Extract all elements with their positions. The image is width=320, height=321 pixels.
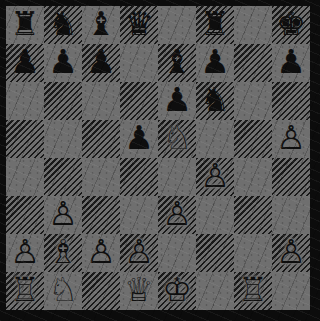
square-d2[interactable]: ♙ (120, 234, 158, 272)
square-a2[interactable]: ♙ (6, 234, 44, 272)
square-f6[interactable]: ♞ (196, 82, 234, 120)
square-e4[interactable] (158, 158, 196, 196)
square-a5[interactable] (6, 120, 44, 158)
piece-white-pawn: ♙ (124, 233, 154, 271)
square-c8[interactable]: ♝ (82, 6, 120, 44)
piece-black-pawn: ♟ (200, 43, 230, 81)
square-d1[interactable]: ♕ (120, 272, 158, 310)
chess-board-frame: ♜♞♝♛♜♚♟♟♟♝♟♟♟♞♟♘♙♙♙♙♙♗♙♙♙♖♘♕♔♖ (0, 0, 320, 321)
square-h8[interactable]: ♚ (272, 6, 310, 44)
square-h4[interactable] (272, 158, 310, 196)
piece-black-pawn: ♟ (124, 119, 154, 157)
piece-white-pawn: ♙ (86, 233, 116, 271)
square-g6[interactable] (234, 82, 272, 120)
square-b2[interactable]: ♗ (44, 234, 82, 272)
piece-white-pawn: ♙ (276, 119, 306, 157)
square-c6[interactable] (82, 82, 120, 120)
square-c1[interactable] (82, 272, 120, 310)
square-b3[interactable]: ♙ (44, 196, 82, 234)
piece-black-queen: ♛ (124, 5, 154, 43)
square-g1[interactable]: ♖ (234, 272, 272, 310)
piece-white-pawn: ♙ (10, 233, 40, 271)
square-b8[interactable]: ♞ (44, 6, 82, 44)
square-d5[interactable]: ♟ (120, 120, 158, 158)
square-f2[interactable] (196, 234, 234, 272)
square-a3[interactable] (6, 196, 44, 234)
piece-black-pawn: ♟ (48, 43, 78, 81)
piece-black-king: ♚ (276, 5, 306, 43)
square-f3[interactable] (196, 196, 234, 234)
square-g4[interactable] (234, 158, 272, 196)
square-a7[interactable]: ♟ (6, 44, 44, 82)
square-a4[interactable] (6, 158, 44, 196)
square-h6[interactable] (272, 82, 310, 120)
piece-black-rook: ♜ (200, 5, 230, 43)
piece-black-pawn: ♟ (86, 43, 116, 81)
square-f8[interactable]: ♜ (196, 6, 234, 44)
square-e8[interactable] (158, 6, 196, 44)
chess-board: ♜♞♝♛♜♚♟♟♟♝♟♟♟♞♟♘♙♙♙♙♙♗♙♙♙♖♘♕♔♖ (6, 6, 310, 310)
square-d7[interactable] (120, 44, 158, 82)
piece-black-pawn: ♟ (10, 43, 40, 81)
square-f1[interactable] (196, 272, 234, 310)
square-b7[interactable]: ♟ (44, 44, 82, 82)
piece-white-knight: ♘ (162, 119, 192, 157)
square-e6[interactable]: ♟ (158, 82, 196, 120)
square-b1[interactable]: ♘ (44, 272, 82, 310)
square-e2[interactable] (158, 234, 196, 272)
square-h3[interactable] (272, 196, 310, 234)
square-c2[interactable]: ♙ (82, 234, 120, 272)
square-c3[interactable] (82, 196, 120, 234)
square-d6[interactable] (120, 82, 158, 120)
square-d3[interactable] (120, 196, 158, 234)
piece-black-knight: ♞ (48, 5, 78, 43)
piece-white-knight: ♘ (48, 271, 78, 309)
square-e1[interactable]: ♔ (158, 272, 196, 310)
square-g3[interactable] (234, 196, 272, 234)
piece-white-bishop: ♗ (48, 233, 78, 271)
piece-white-pawn: ♙ (200, 157, 230, 195)
square-g7[interactable] (234, 44, 272, 82)
square-h2[interactable]: ♙ (272, 234, 310, 272)
square-b4[interactable] (44, 158, 82, 196)
square-d4[interactable] (120, 158, 158, 196)
square-g5[interactable] (234, 120, 272, 158)
square-g8[interactable] (234, 6, 272, 44)
square-e3[interactable]: ♙ (158, 196, 196, 234)
square-g2[interactable] (234, 234, 272, 272)
square-h7[interactable]: ♟ (272, 44, 310, 82)
piece-black-knight: ♞ (200, 81, 230, 119)
square-b5[interactable] (44, 120, 82, 158)
square-b6[interactable] (44, 82, 82, 120)
piece-white-king: ♔ (162, 271, 192, 309)
square-f7[interactable]: ♟ (196, 44, 234, 82)
square-e5[interactable]: ♘ (158, 120, 196, 158)
square-a6[interactable] (6, 82, 44, 120)
square-a8[interactable]: ♜ (6, 6, 44, 44)
square-e7[interactable]: ♝ (158, 44, 196, 82)
square-f4[interactable]: ♙ (196, 158, 234, 196)
piece-black-rook: ♜ (10, 5, 40, 43)
square-h5[interactable]: ♙ (272, 120, 310, 158)
piece-black-pawn: ♟ (162, 81, 192, 119)
square-d8[interactable]: ♛ (120, 6, 158, 44)
piece-black-bishop: ♝ (86, 5, 116, 43)
piece-white-queen: ♕ (124, 271, 154, 309)
square-a1[interactable]: ♖ (6, 272, 44, 310)
piece-white-pawn: ♙ (276, 233, 306, 271)
piece-black-bishop: ♝ (162, 43, 192, 81)
square-c7[interactable]: ♟ (82, 44, 120, 82)
piece-white-rook: ♖ (238, 271, 268, 309)
piece-white-pawn: ♙ (162, 195, 192, 233)
square-h1[interactable] (272, 272, 310, 310)
square-c5[interactable] (82, 120, 120, 158)
piece-white-rook: ♖ (10, 271, 40, 309)
piece-black-pawn: ♟ (276, 43, 306, 81)
square-f5[interactable] (196, 120, 234, 158)
piece-white-pawn: ♙ (48, 195, 78, 233)
square-c4[interactable] (82, 158, 120, 196)
